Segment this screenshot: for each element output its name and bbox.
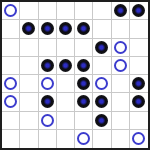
cell-r2c4[interactable] [75,39,93,57]
white-pearl [4,77,17,90]
white-pearl [41,114,54,127]
black-pearl [59,22,72,35]
cell-r2c3[interactable] [57,39,75,57]
black-pearl [132,4,145,17]
cell-r5c5[interactable] [93,93,111,111]
cell-r0c5[interactable] [93,2,111,20]
cell-r5c3[interactable] [57,93,75,111]
cell-r2c2[interactable] [39,39,57,57]
cell-r3c3[interactable] [57,57,75,75]
cell-r7c6[interactable] [112,130,130,148]
cell-r6c2[interactable] [39,112,57,130]
black-pearl [114,4,127,17]
cell-r4c7[interactable] [130,75,148,93]
cell-r7c3[interactable] [57,130,75,148]
white-pearl [77,132,90,145]
white-pearl [4,4,17,17]
cell-r7c4[interactable] [75,130,93,148]
cell-r4c6[interactable] [112,75,130,93]
cell-r2c5[interactable] [93,39,111,57]
cell-r1c1[interactable] [20,20,38,38]
white-pearl [132,132,145,145]
cell-r1c6[interactable] [112,20,130,38]
cell-r7c2[interactable] [39,130,57,148]
black-pearl [95,41,108,54]
cell-r2c6[interactable] [112,39,130,57]
cell-r6c4[interactable] [75,112,93,130]
black-pearl [132,77,145,90]
cell-r3c1[interactable] [20,57,38,75]
cell-r3c6[interactable] [112,57,130,75]
puzzle-board [0,0,150,150]
cell-r1c7[interactable] [130,20,148,38]
cell-r6c0[interactable] [2,112,20,130]
cell-r3c2[interactable] [39,57,57,75]
cell-r0c2[interactable] [39,2,57,20]
white-pearl [41,77,54,90]
cell-r4c2[interactable] [39,75,57,93]
cell-r2c1[interactable] [20,39,38,57]
white-pearl [4,95,17,108]
cell-r5c1[interactable] [20,93,38,111]
cell-r6c7[interactable] [130,112,148,130]
white-pearl [95,77,108,90]
black-pearl [77,95,90,108]
cell-r4c4[interactable] [75,75,93,93]
cell-r4c5[interactable] [93,75,111,93]
cell-r5c7[interactable] [130,93,148,111]
black-pearl [22,22,35,35]
cell-r5c2[interactable] [39,93,57,111]
black-pearl [95,114,108,127]
cell-r3c5[interactable] [93,57,111,75]
black-pearl [77,59,90,72]
black-pearl [41,22,54,35]
cell-r0c4[interactable] [75,2,93,20]
cell-r3c0[interactable] [2,57,20,75]
cell-r1c3[interactable] [57,20,75,38]
cell-r0c7[interactable] [130,2,148,20]
cell-r0c0[interactable] [2,2,20,20]
cell-r5c6[interactable] [112,93,130,111]
cell-r1c0[interactable] [2,20,20,38]
cell-r4c3[interactable] [57,75,75,93]
cell-r6c3[interactable] [57,112,75,130]
cell-r2c0[interactable] [2,39,20,57]
cell-r3c4[interactable] [75,57,93,75]
white-pearl [114,41,127,54]
cell-r3c7[interactable] [130,57,148,75]
cell-r7c1[interactable] [20,130,38,148]
puzzle-screenshot [0,0,150,150]
black-pearl [41,59,54,72]
cell-r6c6[interactable] [112,112,130,130]
black-pearl [95,95,108,108]
cell-r7c7[interactable] [130,130,148,148]
black-pearl [59,59,72,72]
cell-r0c1[interactable] [20,2,38,20]
cell-r5c0[interactable] [2,93,20,111]
cell-r5c4[interactable] [75,93,93,111]
cell-r7c5[interactable] [93,130,111,148]
cell-r2c7[interactable] [130,39,148,57]
cell-r4c0[interactable] [2,75,20,93]
cell-r1c5[interactable] [93,20,111,38]
black-pearl [77,22,90,35]
cell-r4c1[interactable] [20,75,38,93]
cell-r6c1[interactable] [20,112,38,130]
white-pearl [114,59,127,72]
cell-r6c5[interactable] [93,112,111,130]
black-pearl [132,95,145,108]
cell-r1c4[interactable] [75,20,93,38]
cell-r7c0[interactable] [2,130,20,148]
cell-r0c3[interactable] [57,2,75,20]
cell-r0c6[interactable] [112,2,130,20]
black-pearl [77,77,90,90]
cell-r1c2[interactable] [39,20,57,38]
black-pearl [41,95,54,108]
